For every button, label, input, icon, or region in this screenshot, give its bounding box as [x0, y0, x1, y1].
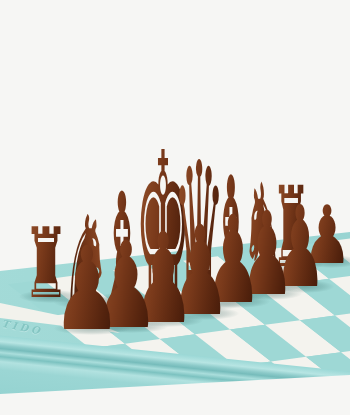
- pieces-layer: ♜♞♝♚♛♝♞♜♟♟♟♟♟♟♟♟: [0, 0, 350, 415]
- piece-pawn-a7: ♟: [52, 232, 121, 347]
- chess-product-photo: TIDO ♜♞♝♚♛♝♞♜♟♟♟♟♟♟♟♟: [0, 0, 350, 415]
